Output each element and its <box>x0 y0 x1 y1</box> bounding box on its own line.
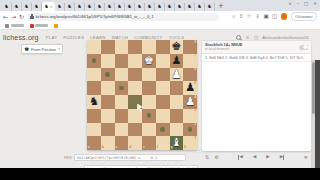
square-b8[interactable] <box>101 40 115 54</box>
square-g3[interactable] <box>170 109 184 123</box>
maximize-button[interactable]: □ <box>304 1 308 6</box>
black-knight[interactable]: ♞ <box>89 96 99 108</box>
lichess-knight-favicon: ♞ <box>207 4 211 9</box>
square-b6[interactable] <box>101 68 115 82</box>
browser-tab[interactable]: ♞× <box>42 2 55 11</box>
move-dest-dot <box>147 113 152 118</box>
browser-tab[interactable]: ♞ <box>155 2 165 11</box>
square-f8[interactable] <box>156 40 170 54</box>
fen-label: FEN <box>64 156 72 160</box>
crossed-swords-icon[interactable]: ⚔ <box>245 35 249 40</box>
square-a4[interactable]: ♞ <box>87 95 101 109</box>
square-b7[interactable] <box>101 54 115 68</box>
engine-toggle[interactable] <box>299 45 308 50</box>
username[interactable]: Aleksandrshishkinator01 <box>262 35 309 40</box>
square-a5[interactable] <box>87 81 101 95</box>
browser-tab[interactable]: ♞ <box>115 2 125 11</box>
square-d1[interactable]: d <box>128 136 142 150</box>
chess-board[interactable]: ♚8♚♟7♟6♟5♞♟432abcdef♝g1h <box>87 40 197 150</box>
square-e2[interactable] <box>142 123 156 137</box>
lichess-knight-favicon: ♞ <box>187 4 191 9</box>
square-c3[interactable] <box>115 109 129 123</box>
lichess-knight-favicon: ♞ <box>157 4 161 9</box>
address-bar[interactable]: lichess.org/analysis/6k1/4K1p1/6P1/7p/n6… <box>27 13 219 21</box>
black-pawn[interactable]: ♟ <box>171 55 181 67</box>
square-h7[interactable]: 7 <box>183 54 197 68</box>
nav-item-puzzles[interactable]: PUZZLES <box>63 35 84 40</box>
search-icon[interactable] <box>236 35 242 41</box>
square-g4[interactable] <box>170 95 184 109</box>
zoom-icon[interactable]: ⌕ <box>232 14 235 20</box>
square-d2[interactable] <box>128 123 142 137</box>
bookmark-star-icon[interactable]: ☆ <box>247 14 252 20</box>
square-g5[interactable] <box>170 81 184 95</box>
board-resize-handle[interactable]: ⋰ <box>198 149 202 153</box>
file-coordinate: a <box>88 146 90 149</box>
square-h6[interactable]: 6 <box>183 68 197 82</box>
square-f1[interactable]: f <box>156 136 170 150</box>
reading-list-icon[interactable]: ▣ <box>263 14 268 20</box>
square-c8[interactable] <box>115 40 129 54</box>
lichess-page: lichess.org PLAYPUZZLESLEARNWATCHCOMMUNI… <box>0 30 320 168</box>
browser-tab[interactable]: ♞ <box>125 2 135 11</box>
square-g6[interactable]: ♟ <box>170 68 184 82</box>
square-h5[interactable]: ♟5 <box>183 81 197 95</box>
lichess-knight-favicon: ♞ <box>167 4 171 9</box>
lichess-knight-favicon: ♞ <box>177 4 181 9</box>
tab-strip[interactable]: ♞♞♞♞♞×♞♞♞♞♞♞♞♞♞♞♞♞♞♞♞♞ + <box>0 0 320 11</box>
bookmark-item[interactable] <box>5 24 24 28</box>
square-c1[interactable]: c <box>115 136 129 150</box>
lichess-knight-favicon: ♞ <box>34 4 38 9</box>
lichess-knight-favicon: ♞ <box>107 4 111 9</box>
tab-search-icon[interactable]: ∨ <box>288 1 291 6</box>
black-king[interactable]: ♚ <box>171 41 181 53</box>
rank-coordinate: 6 <box>194 68 196 71</box>
move-dest-dot <box>119 86 124 91</box>
analysis-panel: Stockfish 14+ NNUE in local browser 1. B… <box>202 41 311 151</box>
hamburger-icon[interactable]: ≡ <box>304 155 308 160</box>
engine-header: Stockfish 14+ NNUE in local browser <box>202 41 311 54</box>
browser-toolbar: ← → ↻ lichess.org/analysis/6k1/4K1p1/6P1… <box>0 11 320 22</box>
square-b4[interactable] <box>101 95 115 109</box>
variant-label: From Position <box>31 47 56 52</box>
white-bishop[interactable]: ♝ <box>171 137 181 149</box>
file-coordinate: f <box>157 146 158 149</box>
reload-button[interactable]: ↻ <box>19 14 24 20</box>
download-icon[interactable]: ⇩ <box>255 14 260 20</box>
new-tab-button[interactable]: + <box>218 3 224 10</box>
browser-tab[interactable]: ♞ <box>145 2 155 11</box>
panel-controls: ⇅ ⚙ ◀ ◀ ▶ ▶ ≡ <box>202 153 311 162</box>
square-e8[interactable] <box>142 40 156 54</box>
white-king[interactable]: ♚ <box>144 55 154 67</box>
url-text: lichess.org/analysis/6k1/4K1p1/6P1/7p/n6… <box>36 14 154 19</box>
browser-tab[interactable]: ♞ <box>22 2 32 11</box>
square-d6[interactable] <box>128 68 142 82</box>
rank-coordinate: 2 <box>194 123 196 126</box>
last-move-button[interactable]: ▶ <box>280 155 284 160</box>
browser-tab[interactable]: ♞ <box>175 2 185 11</box>
file-coordinate: b <box>102 146 104 149</box>
browser-tab[interactable]: ♞ <box>205 2 215 11</box>
square-a3[interactable] <box>87 109 101 123</box>
square-g2[interactable] <box>170 123 184 137</box>
lichess-knight-favicon: ♞ <box>147 4 151 9</box>
browser-tab[interactable]: ♞ <box>2 2 12 11</box>
browser-tab[interactable]: ♞ <box>195 2 205 11</box>
square-d5[interactable] <box>128 81 142 95</box>
position-icon: ♚ <box>24 46 29 52</box>
browser-tab[interactable]: ♞ <box>12 2 22 11</box>
lichess-knight-favicon: ♞ <box>97 4 101 9</box>
square-b1[interactable]: b <box>101 136 115 150</box>
browser-tab[interactable]: ♞ <box>185 2 195 11</box>
lichess-knight-favicon: ♞ <box>24 4 28 9</box>
screen: ♞♞♞♞♞×♞♞♞♞♞♞♞♞♞♞♞♞♞♞♞♞ + ∨–□× ← → ↻ lich… <box>0 0 320 180</box>
square-b2[interactable] <box>101 123 115 137</box>
file-coordinate: c <box>115 146 117 149</box>
square-e3[interactable] <box>142 109 156 123</box>
square-e6[interactable] <box>142 68 156 82</box>
browser-tab[interactable]: ♞ <box>55 2 65 11</box>
variant-select[interactable]: ♚ From Position ▾ <box>21 44 63 54</box>
square-e1[interactable]: e <box>142 136 156 150</box>
rank-coordinate: 8 <box>194 41 196 44</box>
square-h4[interactable]: ♟4 <box>183 95 197 109</box>
lichess-knight-favicon: ♞ <box>127 4 131 9</box>
padlock-icon <box>30 14 34 18</box>
square-a7[interactable] <box>87 54 101 68</box>
flip-board-icon[interactable]: ⇅ <box>205 155 209 160</box>
square-a8[interactable] <box>87 40 101 54</box>
bookmark-label <box>35 24 48 27</box>
square-a2[interactable] <box>87 123 101 137</box>
square-e4[interactable] <box>142 95 156 109</box>
square-h1[interactable]: 1h <box>183 136 197 150</box>
bookmark-item[interactable] <box>54 24 58 28</box>
bookmarks-bar <box>0 22 320 30</box>
browser-tab[interactable]: ♞ <box>105 2 115 11</box>
fen-row: FEN 6k1/4K1p1/6P1/7p/n6P/8/8/6B1 w - - 0… <box>64 154 186 161</box>
square-c5[interactable] <box>115 81 129 95</box>
square-h8[interactable]: 8 <box>183 40 197 54</box>
red-site-favicon <box>30 24 34 28</box>
share-icon[interactable]: ⇪ <box>239 14 244 20</box>
move-dest-dot <box>105 72 110 77</box>
forward-button[interactable]: → <box>11 14 16 20</box>
square-f4[interactable] <box>156 95 170 109</box>
window-edge <box>315 60 320 180</box>
square-h2[interactable]: 2 <box>183 123 197 137</box>
square-f3[interactable] <box>156 109 170 123</box>
square-g8[interactable]: ♚ <box>170 40 184 54</box>
gear-icon[interactable]: ⚙ <box>214 155 218 160</box>
minimize-button[interactable]: – <box>297 1 299 6</box>
toolbar-right: ⌕⇪☆⇩▣◫ Обновить <box>232 12 317 22</box>
chevron-down-icon: ▾ <box>58 47 60 51</box>
black-pawn[interactable]: ♟ <box>185 82 195 94</box>
browser-tab[interactable]: ♞ <box>65 2 75 11</box>
square-b5[interactable] <box>101 81 115 95</box>
clock-icon[interactable]: ◷ <box>254 35 258 40</box>
square-c7[interactable] <box>115 54 129 68</box>
window-controls: ∨–□× <box>288 1 317 6</box>
square-f2[interactable] <box>156 123 170 137</box>
square-a1[interactable]: a <box>87 136 101 150</box>
square-c2[interactable] <box>115 123 129 137</box>
bookmark-item[interactable] <box>30 24 49 28</box>
tabs-container: ♞♞♞♞♞×♞♞♞♞♞♞♞♞♞♞♞♞♞♞♞♞ <box>2 2 215 11</box>
white-pawn[interactable]: ♟ <box>171 69 181 81</box>
orange-site-favicon <box>54 24 58 28</box>
lichess-logo[interactable]: lichess.org <box>3 34 39 41</box>
square-h3[interactable]: 3 <box>183 109 197 123</box>
header-right: ⚔ ◷ Aleksandrshishkinator01 <box>236 35 309 41</box>
browser-tab[interactable]: ♞ <box>85 2 95 11</box>
next-move-button[interactable]: ▶ <box>266 155 270 160</box>
lichess-knight-favicon: ♞ <box>67 4 71 9</box>
square-f6[interactable] <box>156 68 170 82</box>
file-coordinate: d <box>129 146 131 149</box>
rank-coordinate: 3 <box>194 109 196 112</box>
extensions-icon[interactable]: ◫ <box>272 14 277 20</box>
globe-favicon <box>5 24 9 28</box>
rank-coordinate: 1 <box>194 137 196 140</box>
lichess-knight-favicon: ♞ <box>57 4 61 9</box>
square-f7[interactable] <box>156 54 170 68</box>
rank-coordinate: 7 <box>194 54 196 57</box>
file-coordinate: h <box>184 146 186 149</box>
browser-tab[interactable]: ♞ <box>75 2 85 11</box>
back-button[interactable]: ← <box>3 14 8 20</box>
browser-tab[interactable]: ♞ <box>95 2 105 11</box>
white-pawn[interactable]: ♟ <box>185 96 195 108</box>
browser-tab[interactable]: ♞ <box>135 2 145 11</box>
lichess-knight-favicon: ♞ <box>77 4 81 9</box>
lichess-knight-favicon: ♞ <box>44 4 48 9</box>
move-dest-dot <box>160 127 165 132</box>
square-c6[interactable] <box>115 68 129 82</box>
square-e7[interactable]: ♚ <box>142 54 156 68</box>
fen-value: 6k1/4K1p1/6P1/7p/n6P/8/8/6B1 w - - 0 1 <box>77 156 157 160</box>
tab-close-icon[interactable]: × <box>50 5 53 9</box>
lichess-knight-favicon: ♞ <box>197 4 201 9</box>
profile-avatar[interactable] <box>281 13 288 20</box>
bottom-black-bar <box>0 168 320 180</box>
prev-move-button[interactable]: ◀ <box>253 155 257 160</box>
engine-pv-line[interactable]: 1. Bd4 Nb6 2. Bxb6 Kf8 3. Bd8 Kg8 4. Be7… <box>202 54 311 62</box>
update-button[interactable]: Обновить <box>291 12 317 22</box>
file-coordinate: e <box>143 146 145 149</box>
lichess-knight-favicon: ♞ <box>4 4 8 9</box>
square-a6[interactable] <box>87 68 101 82</box>
move-dest-dot <box>92 58 97 63</box>
lichess-knight-favicon: ♞ <box>117 4 121 9</box>
square-c4[interactable] <box>115 95 129 109</box>
square-g1[interactable]: ♝g <box>170 136 184 150</box>
move-dest-dot <box>188 127 193 132</box>
square-d7[interactable] <box>128 54 142 68</box>
fen-input[interactable]: 6k1/4K1p1/6P1/7p/n6P/8/8/6B1 w - - 0 1 <box>74 154 186 161</box>
nav-item-play[interactable]: PLAY <box>46 35 58 40</box>
bookmark-label <box>11 24 24 27</box>
square-g7[interactable]: ♟ <box>170 54 184 68</box>
lichess-knight-favicon: ♞ <box>87 4 91 9</box>
lichess-knight-favicon: ♞ <box>137 4 141 9</box>
lichess-knight-favicon: ♞ <box>14 4 18 9</box>
browser-tab[interactable]: ♞ <box>165 2 175 11</box>
square-d8[interactable] <box>128 40 142 54</box>
browser-tab[interactable]: ♞ <box>32 2 42 11</box>
square-e5[interactable] <box>142 81 156 95</box>
engine-subtitle: in local browser <box>205 47 242 51</box>
first-move-button[interactable]: ◀ <box>238 155 242 160</box>
close-button[interactable]: × <box>313 1 317 6</box>
square-f5[interactable] <box>156 81 170 95</box>
square-b3[interactable] <box>101 109 115 123</box>
